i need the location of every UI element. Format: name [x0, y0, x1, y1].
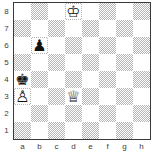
square-b6[interactable]: ♟: [31, 37, 48, 54]
file-label-h: h: [133, 142, 150, 155]
square-d4[interactable]: [65, 71, 82, 88]
square-c5[interactable]: [48, 54, 65, 71]
square-c1[interactable]: [48, 122, 65, 139]
square-g4[interactable]: [116, 71, 133, 88]
file-label-f: f: [99, 142, 116, 155]
square-g2[interactable]: [116, 105, 133, 122]
piece-black-king-a4[interactable]: ♚: [15, 72, 29, 87]
piece-black-pawn-b6[interactable]: ♟: [32, 38, 46, 53]
square-b3[interactable]: [31, 88, 48, 105]
square-a5[interactable]: [14, 54, 31, 71]
square-g5[interactable]: [116, 54, 133, 71]
square-b2[interactable]: [31, 105, 48, 122]
square-g3[interactable]: [116, 88, 133, 105]
square-c6[interactable]: [48, 37, 65, 54]
square-f1[interactable]: [99, 122, 116, 139]
square-f2[interactable]: [99, 105, 116, 122]
file-label-d: d: [65, 142, 82, 155]
square-e5[interactable]: [82, 54, 99, 71]
piece-white-queen-d3[interactable]: ♕: [66, 89, 80, 104]
rank-label-2: 2: [0, 105, 13, 122]
square-h2[interactable]: [133, 105, 150, 122]
square-a8[interactable]: [14, 3, 31, 20]
square-a1[interactable]: [14, 122, 31, 139]
square-h5[interactable]: [133, 54, 150, 71]
square-d6[interactable]: [65, 37, 82, 54]
piece-white-king-d8[interactable]: ♔: [66, 4, 80, 19]
square-h1[interactable]: [133, 122, 150, 139]
rank-label-7: 7: [0, 20, 13, 37]
square-b7[interactable]: [31, 20, 48, 37]
square-h8[interactable]: [133, 3, 150, 20]
file-label-g: g: [116, 142, 133, 155]
file-label-c: c: [48, 142, 65, 155]
square-d2[interactable]: [65, 105, 82, 122]
chess-diagram: 87654321 ♔♟♚♙♕ abcdefgh: [0, 0, 161, 155]
square-f5[interactable]: [99, 54, 116, 71]
square-e6[interactable]: [82, 37, 99, 54]
rank-label-1: 1: [0, 122, 13, 139]
square-d3[interactable]: ♕: [65, 88, 82, 105]
square-h3[interactable]: [133, 88, 150, 105]
square-a3[interactable]: ♙: [14, 88, 31, 105]
square-h7[interactable]: [133, 20, 150, 37]
square-a4[interactable]: ♚: [14, 71, 31, 88]
file-labels: abcdefgh: [14, 140, 151, 155]
square-e1[interactable]: [82, 122, 99, 139]
square-e8[interactable]: [82, 3, 99, 20]
square-d8[interactable]: ♔: [65, 3, 82, 20]
square-b1[interactable]: [31, 122, 48, 139]
square-f3[interactable]: [99, 88, 116, 105]
square-d1[interactable]: [65, 122, 82, 139]
square-a6[interactable]: [14, 37, 31, 54]
rank-label-8: 8: [0, 3, 13, 20]
file-label-b: b: [31, 142, 48, 155]
square-f7[interactable]: [99, 20, 116, 37]
square-e7[interactable]: [82, 20, 99, 37]
square-d5[interactable]: [65, 54, 82, 71]
square-h4[interactable]: [133, 71, 150, 88]
chess-board: ♔♟♚♙♕: [13, 2, 151, 140]
square-a2[interactable]: [14, 105, 31, 122]
square-b8[interactable]: [31, 3, 48, 20]
file-label-e: e: [82, 142, 99, 155]
square-c8[interactable]: [48, 3, 65, 20]
rank-label-6: 6: [0, 37, 13, 54]
square-c4[interactable]: [48, 71, 65, 88]
rank-label-5: 5: [0, 54, 13, 71]
rank-label-4: 4: [0, 71, 13, 88]
square-b4[interactable]: [31, 71, 48, 88]
square-a7[interactable]: [14, 20, 31, 37]
square-c7[interactable]: [48, 20, 65, 37]
square-g1[interactable]: [116, 122, 133, 139]
rank-labels: 87654321: [0, 2, 13, 140]
square-g7[interactable]: [116, 20, 133, 37]
square-e4[interactable]: [82, 71, 99, 88]
square-f4[interactable]: [99, 71, 116, 88]
square-d7[interactable]: [65, 20, 82, 37]
square-h6[interactable]: [133, 37, 150, 54]
square-f6[interactable]: [99, 37, 116, 54]
piece-white-pawn-a3[interactable]: ♙: [15, 89, 29, 104]
square-e2[interactable]: [82, 105, 99, 122]
file-label-a: a: [14, 142, 31, 155]
rank-label-3: 3: [0, 88, 13, 105]
square-e3[interactable]: [82, 88, 99, 105]
square-c2[interactable]: [48, 105, 65, 122]
square-f8[interactable]: [99, 3, 116, 20]
square-g6[interactable]: [116, 37, 133, 54]
square-g8[interactable]: [116, 3, 133, 20]
square-b5[interactable]: [31, 54, 48, 71]
square-c3[interactable]: [48, 88, 65, 105]
